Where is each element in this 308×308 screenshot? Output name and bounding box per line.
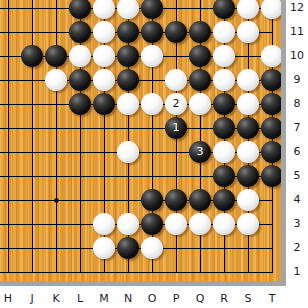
stone-white-T10[interactable] [261, 45, 281, 67]
col-label-J: J [22, 291, 42, 307]
go-board-screenshot: 213 121110987654321 HJKLMNOPQRST [0, 0, 308, 308]
stone-white-N3[interactable] [117, 213, 139, 235]
stone-black-R7[interactable] [213, 117, 235, 139]
stone-white-M2[interactable] [93, 237, 115, 259]
stone-white-N6[interactable] [117, 141, 139, 163]
stone-white-R10[interactable] [213, 45, 235, 67]
stone-white-L10[interactable] [69, 45, 91, 67]
col-label-O: O [142, 291, 162, 307]
stone-white-M9[interactable] [93, 69, 115, 91]
stone-black-O11[interactable] [141, 21, 163, 43]
stone-black-R4[interactable] [213, 189, 235, 211]
stone-white-M11[interactable] [93, 21, 115, 43]
stone-white-P8[interactable]: 2 [165, 93, 187, 115]
stone-white-R9[interactable] [213, 69, 235, 91]
stone-white-M10[interactable] [93, 45, 115, 67]
stone-black-T5[interactable] [261, 165, 281, 187]
stone-black-T9[interactable] [261, 69, 281, 91]
col-label-T: T [262, 291, 282, 307]
stone-white-S4[interactable] [237, 189, 259, 211]
stone-black-P4[interactable] [165, 189, 187, 211]
stone-white-O2[interactable] [141, 237, 163, 259]
stone-white-T12[interactable] [261, 0, 281, 19]
col-label-Q: Q [190, 291, 210, 307]
go-board[interactable]: 213 [0, 0, 281, 281]
col-label-S: S [238, 291, 258, 307]
stone-black-L9[interactable] [69, 69, 91, 91]
col-label-N: N [118, 291, 138, 307]
stone-white-Q8[interactable] [189, 93, 211, 115]
stone-white-K9[interactable] [45, 69, 67, 91]
stone-black-Q10[interactable] [189, 45, 211, 67]
col-label-M: M [94, 291, 114, 307]
stone-black-P11[interactable] [165, 21, 187, 43]
row-label-7: 7 [286, 120, 308, 136]
row-label-6: 6 [286, 144, 308, 160]
stone-black-N11[interactable] [117, 21, 139, 43]
stone-black-N9[interactable] [117, 69, 139, 91]
stone-white-S11[interactable] [237, 21, 259, 43]
stone-black-P7[interactable]: 1 [165, 117, 187, 139]
stone-black-O4[interactable] [141, 189, 163, 211]
row-label-4: 4 [286, 192, 308, 208]
col-label-L: L [70, 291, 90, 307]
stone-white-Q3[interactable] [189, 213, 211, 235]
stone-black-R5[interactable] [213, 165, 235, 187]
row-label-8: 8 [286, 96, 308, 112]
stone-black-Q11[interactable] [189, 21, 211, 43]
stone-black-T6[interactable] [261, 141, 281, 163]
col-label-P: P [166, 291, 186, 307]
col-labels-strip: HJKLMNOPQRST [0, 286, 308, 308]
col-label-R: R [214, 291, 234, 307]
stone-black-Q9[interactable] [189, 69, 211, 91]
stone-black-Q6[interactable]: 3 [189, 141, 211, 163]
stone-black-M8[interactable] [93, 93, 115, 115]
stone-black-J10[interactable] [21, 45, 43, 67]
stone-white-S3[interactable] [237, 213, 259, 235]
stone-black-T7[interactable] [261, 117, 281, 139]
stone-white-S6[interactable] [237, 141, 259, 163]
row-label-3: 3 [286, 216, 308, 232]
stone-black-L11[interactable] [69, 21, 91, 43]
row-label-1: 1 [286, 264, 308, 280]
row-label-5: 5 [286, 168, 308, 184]
row-label-2: 2 [286, 240, 308, 256]
col-label-H: H [0, 291, 18, 307]
move-number-3: 3 [197, 141, 204, 163]
stone-white-N8[interactable] [117, 93, 139, 115]
stone-white-P9[interactable] [165, 69, 187, 91]
row-label-9: 9 [286, 72, 308, 88]
move-number-1: 1 [173, 117, 180, 139]
stone-black-N10[interactable] [117, 45, 139, 67]
stone-black-N2[interactable] [117, 237, 139, 259]
star-point-K4 [54, 198, 59, 203]
stone-white-P3[interactable] [165, 213, 187, 235]
stone-black-K10[interactable] [45, 45, 67, 67]
stone-black-S7[interactable] [237, 117, 259, 139]
col-label-K: K [46, 291, 66, 307]
row-label-10: 10 [286, 48, 308, 64]
row-label-12: 12 [286, 0, 308, 16]
stone-white-R11[interactable] [213, 21, 235, 43]
row-labels-strip: 121110987654321 [286, 0, 308, 286]
stone-white-R6[interactable] [213, 141, 235, 163]
stone-white-S9[interactable] [237, 69, 259, 91]
stone-white-O10[interactable] [141, 45, 163, 67]
stone-black-T8[interactable] [261, 93, 281, 115]
stone-white-M3[interactable] [93, 213, 115, 235]
stone-black-R8[interactable] [213, 93, 235, 115]
stone-white-R3[interactable] [213, 213, 235, 235]
row-label-11: 11 [286, 24, 308, 40]
stone-white-S8[interactable] [237, 93, 259, 115]
stone-black-O3[interactable] [141, 213, 163, 235]
stone-white-O8[interactable] [141, 93, 163, 115]
stone-black-S5[interactable] [237, 165, 259, 187]
move-number-2: 2 [173, 93, 180, 115]
board-grid-lines [0, 0, 281, 281]
stone-black-L8[interactable] [69, 93, 91, 115]
stone-black-Q4[interactable] [189, 189, 211, 211]
